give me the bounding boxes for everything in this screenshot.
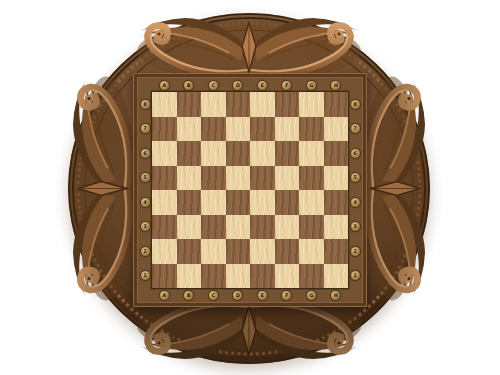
square-e5[interactable] [250, 166, 275, 191]
coordinate-stud-top-e: E [258, 81, 267, 90]
coords-bottom: ABCDEFGH [152, 288, 348, 302]
square-g6[interactable] [299, 141, 324, 166]
square-d4[interactable] [226, 190, 251, 215]
square-b6[interactable] [177, 141, 202, 166]
square-g3[interactable] [299, 215, 324, 240]
square-d5[interactable] [226, 166, 251, 191]
chessboard-frame: ABCDEFGH ABCDEFGH 87654321 87654321 [133, 73, 367, 307]
coordinate-stud-right-5: 5 [351, 173, 360, 182]
coordinate-stud-left-4: 4 [141, 198, 150, 207]
square-a2[interactable] [152, 239, 177, 264]
coordinate-stud-bottom-c: C [209, 291, 218, 300]
square-a5[interactable] [152, 166, 177, 191]
square-b8[interactable] [177, 92, 202, 117]
coordinate-stud-top-h: H [331, 81, 340, 90]
square-e6[interactable] [250, 141, 275, 166]
square-e2[interactable] [250, 239, 275, 264]
coordinate-stud-bottom-f: F [282, 291, 291, 300]
coordinate-stud-left-8: 8 [141, 100, 150, 109]
coordinate-stud-right-6: 6 [351, 149, 360, 158]
square-a4[interactable] [152, 190, 177, 215]
square-c5[interactable] [201, 166, 226, 191]
coordinate-stud-right-2: 2 [351, 247, 360, 256]
square-d3[interactable] [226, 215, 251, 240]
square-g4[interactable] [299, 190, 324, 215]
coordinate-stud-top-d: D [233, 81, 242, 90]
square-h5[interactable] [324, 166, 349, 191]
coordinate-stud-bottom-a: A [160, 291, 169, 300]
coordinate-stud-left-6: 6 [141, 149, 150, 158]
square-e7[interactable] [250, 117, 275, 142]
coordinate-stud-bottom-d: D [233, 291, 242, 300]
scroll-ornament-right [362, 77, 425, 301]
square-b1[interactable] [177, 264, 202, 289]
square-f1[interactable] [275, 264, 300, 289]
square-c4[interactable] [201, 190, 226, 215]
coordinate-stud-right-1: 1 [351, 271, 360, 280]
square-f6[interactable] [275, 141, 300, 166]
square-e4[interactable] [250, 190, 275, 215]
square-h3[interactable] [324, 215, 349, 240]
square-e3[interactable] [250, 215, 275, 240]
square-d6[interactable] [226, 141, 251, 166]
square-b2[interactable] [177, 239, 202, 264]
square-f3[interactable] [275, 215, 300, 240]
coordinate-stud-left-5: 5 [141, 173, 150, 182]
coordinate-stud-right-3: 3 [351, 222, 360, 231]
square-f8[interactable] [275, 92, 300, 117]
square-f5[interactable] [275, 166, 300, 191]
square-d8[interactable] [226, 92, 251, 117]
coordinate-stud-left-1: 1 [141, 271, 150, 280]
square-h4[interactable] [324, 190, 349, 215]
square-f4[interactable] [275, 190, 300, 215]
coordinate-stud-top-b: B [184, 81, 193, 90]
coordinate-stud-top-g: G [307, 81, 316, 90]
square-d7[interactable] [226, 117, 251, 142]
square-h1[interactable] [324, 264, 349, 289]
square-a1[interactable] [152, 264, 177, 289]
square-h6[interactable] [324, 141, 349, 166]
coordinate-stud-top-a: A [160, 81, 169, 90]
coords-left: 87654321 [138, 92, 152, 288]
square-g7[interactable] [299, 117, 324, 142]
square-h2[interactable] [324, 239, 349, 264]
coordinate-stud-right-8: 8 [351, 100, 360, 109]
square-c7[interactable] [201, 117, 226, 142]
square-b3[interactable] [177, 215, 202, 240]
square-h8[interactable] [324, 92, 349, 117]
square-b5[interactable] [177, 166, 202, 191]
square-g2[interactable] [299, 239, 324, 264]
coordinate-stud-left-3: 3 [141, 222, 150, 231]
square-f2[interactable] [275, 239, 300, 264]
coordinate-stud-left-2: 2 [141, 247, 150, 256]
square-d1[interactable] [226, 264, 251, 289]
square-f7[interactable] [275, 117, 300, 142]
square-e1[interactable] [250, 264, 275, 289]
coordinate-stud-right-7: 7 [351, 124, 360, 133]
square-g1[interactable] [299, 264, 324, 289]
coordinate-stud-top-f: F [282, 81, 291, 90]
page-background: ABCDEFGH ABCDEFGH 87654321 87654321 [0, 0, 500, 375]
coordinate-stud-right-4: 4 [351, 198, 360, 207]
board-grid [152, 92, 348, 288]
square-a8[interactable] [152, 92, 177, 117]
coords-top: ABCDEFGH [152, 78, 348, 92]
square-b7[interactable] [177, 117, 202, 142]
square-g5[interactable] [299, 166, 324, 191]
square-c6[interactable] [201, 141, 226, 166]
scroll-ornament-top [137, 18, 361, 81]
coordinate-stud-bottom-g: G [307, 291, 316, 300]
coordinate-stud-bottom-b: B [184, 291, 193, 300]
coordinate-stud-bottom-h: H [331, 291, 340, 300]
square-c1[interactable] [201, 264, 226, 289]
square-a3[interactable] [152, 215, 177, 240]
square-g8[interactable] [299, 92, 324, 117]
square-c8[interactable] [201, 92, 226, 117]
coordinate-stud-top-c: C [209, 81, 218, 90]
square-c3[interactable] [201, 215, 226, 240]
coords-right: 87654321 [348, 92, 362, 288]
square-e8[interactable] [250, 92, 275, 117]
square-b4[interactable] [177, 190, 202, 215]
square-d2[interactable] [226, 239, 251, 264]
scroll-ornament-left [73, 77, 136, 301]
square-h7[interactable] [324, 117, 349, 142]
square-c2[interactable] [201, 239, 226, 264]
square-a7[interactable] [152, 117, 177, 142]
coordinate-stud-left-7: 7 [141, 124, 150, 133]
square-a6[interactable] [152, 141, 177, 166]
coordinate-stud-bottom-e: E [258, 291, 267, 300]
